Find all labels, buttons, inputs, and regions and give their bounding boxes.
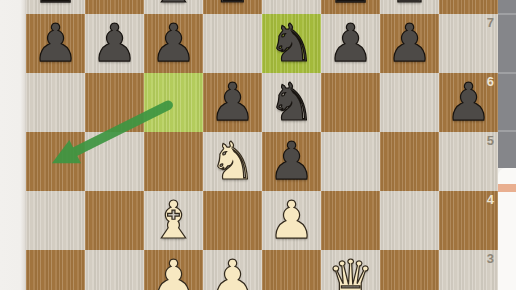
square-g3[interactable]: [380, 250, 439, 290]
piece-white-pawn[interactable]: ♟: [203, 250, 262, 290]
piece-black-queen[interactable]: ♛: [203, 0, 262, 14]
piece-white-bishop[interactable]: ♝: [144, 191, 203, 250]
square-h6[interactable]: ♟6: [439, 73, 498, 132]
gray-panel-divider: [498, 13, 516, 15]
square-g6[interactable]: [380, 73, 439, 132]
square-b6[interactable]: [85, 73, 144, 132]
square-c5[interactable]: [144, 132, 203, 191]
square-h4[interactable]: 4: [439, 191, 498, 250]
accent-bar: [498, 184, 516, 192]
square-e8[interactable]: [262, 0, 321, 14]
square-f6[interactable]: [321, 73, 380, 132]
square-b5[interactable]: [85, 132, 144, 191]
square-f3[interactable]: ♛: [321, 250, 380, 290]
square-f7[interactable]: ♟: [321, 14, 380, 73]
square-a7[interactable]: ♟: [26, 14, 85, 73]
piece-black-king[interactable]: ♚: [380, 0, 439, 14]
square-g5[interactable]: [380, 132, 439, 191]
gray-panel: [498, 0, 516, 168]
square-e7[interactable]: ♞: [262, 14, 321, 73]
square-h3[interactable]: 3: [439, 250, 498, 290]
square-h8[interactable]: [439, 0, 498, 14]
square-b7[interactable]: ♟: [85, 14, 144, 73]
square-f4[interactable]: [321, 191, 380, 250]
square-f5[interactable]: [321, 132, 380, 191]
square-a6[interactable]: [26, 73, 85, 132]
square-g4[interactable]: [380, 191, 439, 250]
square-d7[interactable]: [203, 14, 262, 73]
square-e5[interactable]: ♟: [262, 132, 321, 191]
square-f8[interactable]: ♜: [321, 0, 380, 14]
gray-panel-divider: [498, 130, 516, 132]
right-side-panel: [498, 0, 516, 290]
square-h5[interactable]: 5: [439, 132, 498, 191]
square-a5[interactable]: [26, 132, 85, 191]
square-d5[interactable]: ♞: [203, 132, 262, 191]
square-d6[interactable]: ♟: [203, 73, 262, 132]
piece-black-pawn[interactable]: ♟: [144, 14, 203, 73]
rank-label-4: 4: [487, 193, 494, 206]
piece-black-pawn[interactable]: ♟: [380, 14, 439, 73]
piece-black-knight[interactable]: ♞: [262, 14, 321, 73]
piece-black-rook[interactable]: ♜: [321, 0, 380, 14]
square-d3[interactable]: ♟: [203, 250, 262, 290]
square-e3[interactable]: [262, 250, 321, 290]
piece-white-queen[interactable]: ♛: [321, 250, 380, 290]
square-c6[interactable]: [144, 73, 203, 132]
piece-black-pawn[interactable]: ♟: [203, 73, 262, 132]
piece-white-pawn[interactable]: ♟: [144, 250, 203, 290]
rank-label-5: 5: [487, 134, 494, 147]
piece-black-pawn[interactable]: ♟: [262, 132, 321, 191]
piece-black-bishop[interactable]: ♝: [144, 0, 203, 14]
square-a4[interactable]: [26, 191, 85, 250]
piece-black-pawn[interactable]: ♟: [85, 14, 144, 73]
rank-label-6: 6: [487, 75, 494, 88]
board-grid: ♜♝♛♜♚♟♟♟♞♟♟7♟♞♟6♞♟5♝♟4♟♟♛3: [26, 0, 498, 290]
video-frame: ♜♝♛♜♚♟♟♟♞♟♟7♟♞♟6♞♟5♝♟4♟♟♛3: [0, 0, 516, 290]
piece-black-pawn[interactable]: ♟: [26, 14, 85, 73]
square-c4[interactable]: ♝: [144, 191, 203, 250]
piece-black-pawn[interactable]: ♟: [321, 14, 380, 73]
rank-label-3: 3: [487, 252, 494, 265]
piece-black-rook[interactable]: ♜: [26, 0, 85, 14]
square-e4[interactable]: ♟: [262, 191, 321, 250]
square-b8[interactable]: [85, 0, 144, 14]
square-c3[interactable]: ♟: [144, 250, 203, 290]
square-g8[interactable]: ♚: [380, 0, 439, 14]
square-a3[interactable]: [26, 250, 85, 290]
square-b3[interactable]: [85, 250, 144, 290]
chess-board: ♜♝♛♜♚♟♟♟♞♟♟7♟♞♟6♞♟5♝♟4♟♟♛3: [26, 0, 498, 290]
square-c8[interactable]: ♝: [144, 0, 203, 14]
square-h7[interactable]: 7: [439, 14, 498, 73]
square-g7[interactable]: ♟: [380, 14, 439, 73]
piece-white-pawn[interactable]: ♟: [262, 191, 321, 250]
rank-label-7: 7: [487, 16, 494, 29]
gray-panel-divider: [498, 72, 516, 74]
square-d8[interactable]: ♛: [203, 0, 262, 14]
square-c7[interactable]: ♟: [144, 14, 203, 73]
white-panel: [498, 168, 516, 290]
square-d4[interactable]: [203, 191, 262, 250]
piece-black-knight[interactable]: ♞: [262, 73, 321, 132]
left-gutter: [0, 0, 26, 290]
piece-white-knight[interactable]: ♞: [203, 132, 262, 191]
square-a8[interactable]: ♜: [26, 0, 85, 14]
square-b4[interactable]: [85, 191, 144, 250]
square-e6[interactable]: ♞: [262, 73, 321, 132]
